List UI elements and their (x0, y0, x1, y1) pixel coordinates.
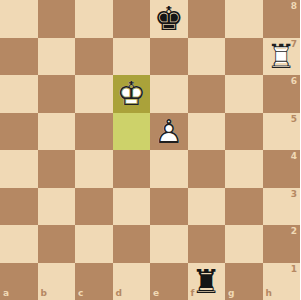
square-e5[interactable]: ♟♙ (150, 113, 188, 151)
rank-label-3: 3 (291, 190, 297, 199)
square-c3[interactable] (75, 188, 113, 226)
square-f2[interactable] (188, 225, 226, 263)
square-g4[interactable] (225, 150, 263, 188)
white-king-outline: ♔ (113, 75, 151, 113)
square-a4[interactable] (0, 150, 38, 188)
square-f3[interactable] (188, 188, 226, 226)
square-g6[interactable] (225, 75, 263, 113)
square-d2[interactable] (113, 225, 151, 263)
square-d4[interactable] (113, 150, 151, 188)
square-b4[interactable] (38, 150, 76, 188)
square-a5[interactable] (0, 113, 38, 151)
rank-label-4: 4 (291, 152, 297, 161)
rank-label-8: 8 (291, 2, 297, 11)
square-b7[interactable] (38, 38, 76, 76)
square-b1[interactable]: b (38, 263, 76, 300)
square-g2[interactable] (225, 225, 263, 263)
square-e4[interactable] (150, 150, 188, 188)
square-b5[interactable] (38, 113, 76, 151)
square-f8[interactable] (188, 0, 226, 38)
square-f6[interactable] (188, 75, 226, 113)
file-label-g: g (228, 289, 234, 298)
square-h5[interactable]: 5 (263, 113, 301, 151)
white-pawn-outline: ♙ (150, 113, 188, 151)
white-king[interactable]: ♚♔ (113, 75, 151, 113)
square-g8[interactable] (225, 0, 263, 38)
file-label-h: h (266, 289, 272, 298)
square-d6[interactable]: ♚♔ (113, 75, 151, 113)
white-pawn[interactable]: ♟♙ (150, 113, 188, 151)
square-c6[interactable] (75, 75, 113, 113)
square-f5[interactable] (188, 113, 226, 151)
black-king[interactable]: ♚ (150, 0, 188, 38)
square-h7[interactable]: 7♜♖ (263, 38, 301, 76)
file-label-c: c (78, 289, 83, 298)
white-rook-outline: ♖ (263, 38, 301, 76)
square-f4[interactable] (188, 150, 226, 188)
square-h6[interactable]: 6 (263, 75, 301, 113)
square-h3[interactable]: 3 (263, 188, 301, 226)
black-rook[interactable]: ♜ (188, 263, 226, 300)
rank-label-5: 5 (291, 115, 297, 124)
square-e1[interactable]: e (150, 263, 188, 300)
white-rook-glyph: ♜ (263, 38, 301, 76)
square-e8[interactable]: ♚ (150, 0, 188, 38)
white-king-glyph: ♚ (113, 75, 151, 113)
square-f7[interactable] (188, 38, 226, 76)
square-e2[interactable] (150, 225, 188, 263)
square-a8[interactable] (0, 0, 38, 38)
square-b3[interactable] (38, 188, 76, 226)
square-c8[interactable] (75, 0, 113, 38)
white-pawn-glyph: ♟ (150, 113, 188, 151)
square-c1[interactable]: c (75, 263, 113, 300)
square-h2[interactable]: 2 (263, 225, 301, 263)
square-e3[interactable] (150, 188, 188, 226)
file-label-a: a (3, 289, 9, 298)
square-b8[interactable] (38, 0, 76, 38)
square-c4[interactable] (75, 150, 113, 188)
square-d7[interactable] (113, 38, 151, 76)
square-c2[interactable] (75, 225, 113, 263)
square-e7[interactable] (150, 38, 188, 76)
chess-board: ♚87♜♖♚♔6♟♙5432abcdef♜gh1 (0, 0, 300, 300)
rank-label-2: 2 (291, 227, 297, 236)
square-a2[interactable] (0, 225, 38, 263)
white-rook[interactable]: ♜♖ (263, 38, 301, 76)
square-f1[interactable]: f♜ (188, 263, 226, 300)
square-a7[interactable] (0, 38, 38, 76)
square-d5[interactable] (113, 113, 151, 151)
rank-label-1: 1 (291, 265, 297, 274)
file-label-e: e (153, 289, 159, 298)
square-e6[interactable] (150, 75, 188, 113)
square-h8[interactable]: 8 (263, 0, 301, 38)
square-c5[interactable] (75, 113, 113, 151)
black-king-glyph: ♚ (150, 0, 188, 38)
square-b2[interactable] (38, 225, 76, 263)
file-label-b: b (41, 289, 47, 298)
square-c7[interactable] (75, 38, 113, 76)
square-g5[interactable] (225, 113, 263, 151)
square-d1[interactable]: d (113, 263, 151, 300)
square-a1[interactable]: a (0, 263, 38, 300)
square-g1[interactable]: g (225, 263, 263, 300)
square-d3[interactable] (113, 188, 151, 226)
square-b6[interactable] (38, 75, 76, 113)
square-h1[interactable]: h1 (263, 263, 301, 300)
file-label-d: d (116, 289, 122, 298)
square-a6[interactable] (0, 75, 38, 113)
black-rook-glyph: ♜ (188, 263, 226, 300)
square-g3[interactable] (225, 188, 263, 226)
square-d8[interactable] (113, 0, 151, 38)
square-h4[interactable]: 4 (263, 150, 301, 188)
square-g7[interactable] (225, 38, 263, 76)
rank-label-6: 6 (291, 77, 297, 86)
square-a3[interactable] (0, 188, 38, 226)
